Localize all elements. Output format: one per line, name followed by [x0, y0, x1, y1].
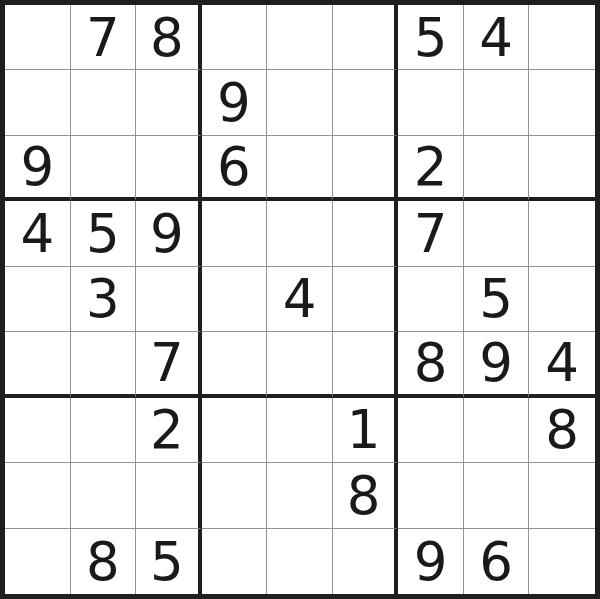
cell-r4c9[interactable]	[529, 201, 595, 266]
cell-r3c4[interactable]: 6	[202, 136, 268, 201]
cell-r7c8[interactable]	[464, 398, 530, 463]
cell-r8c2[interactable]	[71, 463, 137, 528]
cell-r9c4[interactable]	[202, 529, 268, 594]
cell-r3c7[interactable]: 2	[398, 136, 464, 201]
cell-r8c8[interactable]	[464, 463, 530, 528]
cell-r6c4[interactable]	[202, 332, 268, 397]
cell-r8c9[interactable]	[529, 463, 595, 528]
cell-r1c3[interactable]: 8	[136, 5, 202, 70]
cell-r3c6[interactable]	[333, 136, 399, 201]
cell-r9c1[interactable]	[5, 529, 71, 594]
sudoku-board: 785499624597345789421888596	[0, 0, 600, 599]
cell-r2c8[interactable]	[464, 70, 530, 135]
cell-r8c3[interactable]	[136, 463, 202, 528]
cell-r6c7[interactable]: 8	[398, 332, 464, 397]
cell-r4c2[interactable]: 5	[71, 201, 137, 266]
cell-r2c5[interactable]	[267, 70, 333, 135]
cell-r7c6[interactable]: 1	[333, 398, 399, 463]
cell-r5c1[interactable]	[5, 267, 71, 332]
cell-r2c9[interactable]	[529, 70, 595, 135]
cell-r5c2[interactable]: 3	[71, 267, 137, 332]
cell-r3c9[interactable]	[529, 136, 595, 201]
cell-r1c5[interactable]	[267, 5, 333, 70]
cell-r6c5[interactable]	[267, 332, 333, 397]
cell-r3c1[interactable]: 9	[5, 136, 71, 201]
cell-r5c9[interactable]	[529, 267, 595, 332]
cell-r8c5[interactable]	[267, 463, 333, 528]
cell-r4c8[interactable]	[464, 201, 530, 266]
cell-r7c1[interactable]	[5, 398, 71, 463]
cell-r5c7[interactable]	[398, 267, 464, 332]
cell-r6c6[interactable]	[333, 332, 399, 397]
cell-r6c9[interactable]: 4	[529, 332, 595, 397]
cell-r3c5[interactable]	[267, 136, 333, 201]
cell-r1c4[interactable]	[202, 5, 268, 70]
cell-r8c6[interactable]: 8	[333, 463, 399, 528]
cell-r1c7[interactable]: 5	[398, 5, 464, 70]
cell-r5c4[interactable]	[202, 267, 268, 332]
cell-r9c2[interactable]: 8	[71, 529, 137, 594]
cell-r2c4[interactable]: 9	[202, 70, 268, 135]
cell-r5c3[interactable]	[136, 267, 202, 332]
cell-r7c5[interactable]	[267, 398, 333, 463]
cell-r5c5[interactable]: 4	[267, 267, 333, 332]
cell-r1c6[interactable]	[333, 5, 399, 70]
cell-r4c7[interactable]: 7	[398, 201, 464, 266]
cell-r9c9[interactable]	[529, 529, 595, 594]
cell-r7c7[interactable]	[398, 398, 464, 463]
cell-r6c3[interactable]: 7	[136, 332, 202, 397]
cell-r2c7[interactable]	[398, 70, 464, 135]
cell-r9c7[interactable]: 9	[398, 529, 464, 594]
cell-r7c2[interactable]	[71, 398, 137, 463]
cell-r8c7[interactable]	[398, 463, 464, 528]
cell-r8c4[interactable]	[202, 463, 268, 528]
cell-r6c2[interactable]	[71, 332, 137, 397]
cell-r4c1[interactable]: 4	[5, 201, 71, 266]
cell-r5c6[interactable]	[333, 267, 399, 332]
cell-r7c3[interactable]: 2	[136, 398, 202, 463]
cell-r4c3[interactable]: 9	[136, 201, 202, 266]
cell-r1c9[interactable]	[529, 5, 595, 70]
cell-r8c1[interactable]	[5, 463, 71, 528]
cell-r6c1[interactable]	[5, 332, 71, 397]
cell-r4c4[interactable]	[202, 201, 268, 266]
cell-r3c3[interactable]	[136, 136, 202, 201]
cell-r1c2[interactable]: 7	[71, 5, 137, 70]
cell-r1c1[interactable]	[5, 5, 71, 70]
cell-r4c5[interactable]	[267, 201, 333, 266]
cell-r5c8[interactable]: 5	[464, 267, 530, 332]
cell-r9c6[interactable]	[333, 529, 399, 594]
cell-r2c1[interactable]	[5, 70, 71, 135]
cell-r9c8[interactable]: 6	[464, 529, 530, 594]
cell-r2c2[interactable]	[71, 70, 137, 135]
cell-r7c9[interactable]: 8	[529, 398, 595, 463]
cell-r3c8[interactable]	[464, 136, 530, 201]
cell-r2c6[interactable]	[333, 70, 399, 135]
cell-r2c3[interactable]	[136, 70, 202, 135]
cell-r9c3[interactable]: 5	[136, 529, 202, 594]
cell-r3c2[interactable]	[71, 136, 137, 201]
cell-r7c4[interactable]	[202, 398, 268, 463]
cell-r6c8[interactable]: 9	[464, 332, 530, 397]
cell-r9c5[interactable]	[267, 529, 333, 594]
cell-r4c6[interactable]	[333, 201, 399, 266]
cell-r1c8[interactable]: 4	[464, 5, 530, 70]
